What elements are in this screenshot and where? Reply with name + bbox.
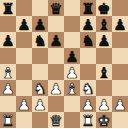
- square-e2[interactable]: [64, 96, 80, 112]
- white-knight-icon[interactable]: ♞: [81, 81, 94, 97]
- square-b3[interactable]: [16, 80, 32, 96]
- square-d4[interactable]: [48, 64, 64, 80]
- white-pawn-icon[interactable]: ♟: [17, 97, 30, 113]
- square-g6[interactable]: ♟: [96, 32, 112, 48]
- white-pawn-icon[interactable]: ♟: [33, 97, 46, 113]
- white-pawn-icon[interactable]: ♟: [65, 65, 78, 81]
- square-h5[interactable]: [112, 48, 128, 64]
- square-f7[interactable]: ♟: [80, 16, 96, 32]
- square-a4[interactable]: ♝: [0, 64, 16, 80]
- square-b8[interactable]: [16, 0, 32, 16]
- square-f6[interactable]: ♞: [80, 32, 96, 48]
- square-b1[interactable]: [16, 112, 32, 128]
- square-c2[interactable]: ♟: [32, 96, 48, 112]
- black-pawn-icon[interactable]: ♟: [65, 49, 78, 65]
- white-pawn-icon[interactable]: ♟: [81, 97, 94, 113]
- square-f4[interactable]: [80, 64, 96, 80]
- square-c1[interactable]: [32, 112, 48, 128]
- square-e5[interactable]: ♟: [64, 48, 80, 64]
- square-g1[interactable]: ♚: [96, 112, 112, 128]
- square-c8[interactable]: [32, 0, 48, 16]
- white-pawn-icon[interactable]: ♟: [97, 97, 110, 113]
- black-knight-icon[interactable]: ♞: [33, 33, 46, 49]
- square-h7[interactable]: ♟: [112, 16, 128, 32]
- square-h3[interactable]: [112, 80, 128, 96]
- white-rook-icon[interactable]: ♜: [1, 113, 14, 129]
- square-d3[interactable]: ♟: [48, 80, 64, 96]
- black-king-icon[interactable]: ♚: [97, 1, 110, 17]
- square-h1[interactable]: [112, 112, 128, 128]
- square-h4[interactable]: [112, 64, 128, 80]
- square-f8[interactable]: ♜: [80, 0, 96, 16]
- white-pawn-icon[interactable]: ♟: [113, 97, 126, 113]
- square-h6[interactable]: [112, 32, 128, 48]
- black-pawn-icon[interactable]: ♟: [113, 17, 126, 33]
- square-g7[interactable]: ♝: [96, 16, 112, 32]
- black-queen-icon[interactable]: ♛: [49, 1, 62, 17]
- square-f1[interactable]: ♜: [80, 112, 96, 128]
- square-g8[interactable]: ♚: [96, 0, 112, 16]
- white-bishop-icon[interactable]: ♝: [1, 65, 14, 81]
- white-queen-icon[interactable]: ♛: [49, 113, 62, 129]
- square-d1[interactable]: ♛: [48, 112, 64, 128]
- black-rook-icon[interactable]: ♜: [1, 1, 14, 17]
- black-rook-icon[interactable]: ♜: [81, 1, 94, 17]
- square-c7[interactable]: ♟: [32, 16, 48, 32]
- square-g3[interactable]: [96, 80, 112, 96]
- square-e4[interactable]: ♟: [64, 64, 80, 80]
- square-a2[interactable]: [0, 96, 16, 112]
- black-pawn-icon[interactable]: ♟: [49, 33, 62, 49]
- square-g4[interactable]: ♝: [96, 64, 112, 80]
- black-pawn-icon[interactable]: ♟: [1, 33, 14, 49]
- square-a3[interactable]: ♟: [0, 80, 16, 96]
- square-b5[interactable]: [16, 48, 32, 64]
- black-pawn-icon[interactable]: ♟: [17, 17, 30, 33]
- square-c4[interactable]: [32, 64, 48, 80]
- black-pawn-icon[interactable]: ♟: [97, 33, 110, 49]
- square-e6[interactable]: [64, 32, 80, 48]
- square-d2[interactable]: [48, 96, 64, 112]
- white-king-icon[interactable]: ♚: [97, 113, 110, 129]
- chess-board: ♜♛♜♚♟♟♟♝♟♟♞♟♞♟♟♝♟♝♟♞♟♝♞♟♟♟♟♟♜♛♜♚: [0, 0, 128, 128]
- square-f5[interactable]: [80, 48, 96, 64]
- square-f2[interactable]: ♟: [80, 96, 96, 112]
- square-e3[interactable]: ♝: [64, 80, 80, 96]
- square-d8[interactable]: ♛: [48, 0, 64, 16]
- square-h8[interactable]: [112, 0, 128, 16]
- square-a8[interactable]: ♜: [0, 0, 16, 16]
- white-rook-icon[interactable]: ♜: [81, 113, 94, 129]
- white-pawn-icon[interactable]: ♟: [1, 81, 14, 97]
- white-knight-icon[interactable]: ♞: [33, 81, 46, 97]
- black-pawn-icon[interactable]: ♟: [33, 17, 46, 33]
- square-e8[interactable]: [64, 0, 80, 16]
- square-e7[interactable]: [64, 16, 80, 32]
- black-bishop-icon[interactable]: ♝: [97, 17, 110, 33]
- square-a5[interactable]: [0, 48, 16, 64]
- square-g2[interactable]: ♟: [96, 96, 112, 112]
- square-a7[interactable]: [0, 16, 16, 32]
- white-pawn-icon[interactable]: ♟: [49, 81, 62, 97]
- square-f3[interactable]: ♞: [80, 80, 96, 96]
- square-e1[interactable]: [64, 112, 80, 128]
- square-b4[interactable]: [16, 64, 32, 80]
- black-pawn-icon[interactable]: ♟: [81, 17, 94, 33]
- square-c3[interactable]: ♞: [32, 80, 48, 96]
- square-c6[interactable]: ♞: [32, 32, 48, 48]
- square-b7[interactable]: ♟: [16, 16, 32, 32]
- square-a6[interactable]: ♟: [0, 32, 16, 48]
- square-b6[interactable]: [16, 32, 32, 48]
- square-c5[interactable]: [32, 48, 48, 64]
- square-g5[interactable]: [96, 48, 112, 64]
- black-bishop-icon[interactable]: ♝: [97, 65, 110, 81]
- square-d7[interactable]: [48, 16, 64, 32]
- square-a1[interactable]: ♜: [0, 112, 16, 128]
- square-d5[interactable]: [48, 48, 64, 64]
- black-knight-icon[interactable]: ♞: [81, 33, 94, 49]
- square-b2[interactable]: ♟: [16, 96, 32, 112]
- white-bishop-icon[interactable]: ♝: [65, 81, 78, 97]
- square-h2[interactable]: ♟: [112, 96, 128, 112]
- square-d6[interactable]: ♟: [48, 32, 64, 48]
